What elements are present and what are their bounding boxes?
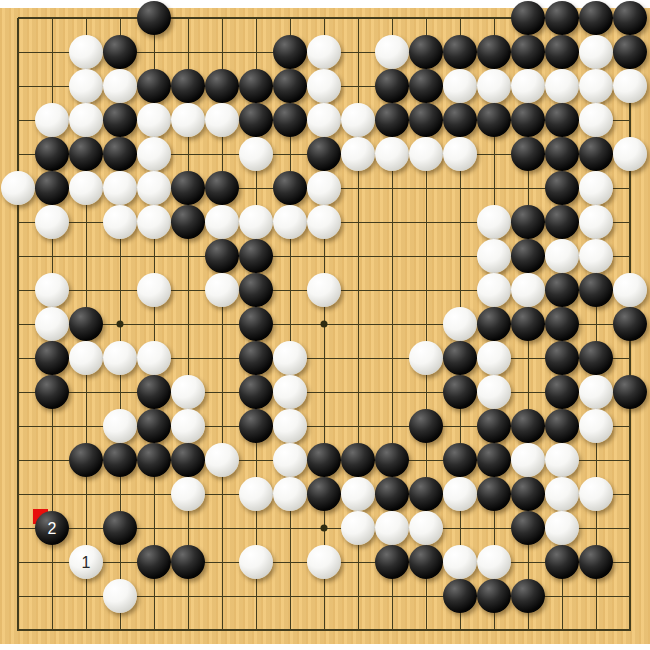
stone-white[interactable] (579, 409, 613, 443)
stone-white[interactable] (69, 171, 103, 205)
stone-white[interactable] (545, 239, 579, 273)
stone-black[interactable] (511, 137, 545, 171)
stone-white[interactable] (273, 443, 307, 477)
stone-white[interactable] (307, 35, 341, 69)
stone-white[interactable] (613, 69, 647, 103)
star-point (321, 525, 328, 532)
stone-black[interactable] (545, 273, 579, 307)
stone-black[interactable] (613, 307, 647, 341)
stone-black[interactable] (511, 103, 545, 137)
stone-black[interactable] (205, 69, 239, 103)
stone-black[interactable] (239, 69, 273, 103)
stone-black[interactable] (273, 35, 307, 69)
stone-white[interactable] (35, 307, 69, 341)
stone-white[interactable] (35, 103, 69, 137)
stone-white[interactable] (205, 103, 239, 137)
stone-white[interactable] (375, 137, 409, 171)
stone-white[interactable] (579, 171, 613, 205)
stone-white[interactable] (171, 103, 205, 137)
stone-white[interactable] (579, 35, 613, 69)
stone-black[interactable] (137, 1, 171, 35)
stone-white[interactable] (341, 103, 375, 137)
stone-white[interactable] (273, 409, 307, 443)
stone-white[interactable] (409, 341, 443, 375)
stone-black[interactable] (239, 273, 273, 307)
stone-black[interactable] (613, 1, 647, 35)
stone-black[interactable] (511, 1, 545, 35)
stone-black[interactable] (613, 35, 647, 69)
stone-white[interactable] (477, 341, 511, 375)
stone-white[interactable] (205, 273, 239, 307)
stone-white[interactable] (307, 171, 341, 205)
stone-black[interactable] (409, 409, 443, 443)
stone-black[interactable] (443, 443, 477, 477)
stone-black[interactable] (545, 103, 579, 137)
stone-black[interactable] (239, 307, 273, 341)
stone-white[interactable] (103, 579, 137, 613)
stone-black[interactable] (273, 171, 307, 205)
stone-white[interactable] (443, 69, 477, 103)
stone-black[interactable] (103, 103, 137, 137)
stone-black[interactable] (375, 69, 409, 103)
stone-white[interactable] (375, 511, 409, 545)
stone-white[interactable] (273, 205, 307, 239)
stone-white[interactable] (579, 375, 613, 409)
stone-black[interactable] (443, 103, 477, 137)
stone-white[interactable] (545, 69, 579, 103)
stone-white[interactable] (545, 443, 579, 477)
stone-black[interactable] (171, 171, 205, 205)
stone-white[interactable] (477, 239, 511, 273)
stone-black[interactable] (137, 545, 171, 579)
stone-black[interactable] (545, 375, 579, 409)
stone-white[interactable] (171, 409, 205, 443)
screenshot-stage: 12 (0, 0, 650, 650)
stone-black[interactable] (239, 409, 273, 443)
stone-white[interactable] (103, 171, 137, 205)
stone-white[interactable] (579, 103, 613, 137)
stone-white[interactable] (511, 273, 545, 307)
stone-black[interactable] (239, 103, 273, 137)
stone-white[interactable] (239, 545, 273, 579)
stone-black[interactable] (375, 103, 409, 137)
stone-white[interactable] (239, 477, 273, 511)
stone-white[interactable] (307, 273, 341, 307)
stone-white[interactable] (239, 137, 273, 171)
stone-black[interactable] (171, 205, 205, 239)
stone-white[interactable] (613, 273, 647, 307)
stone-black[interactable] (443, 375, 477, 409)
stone-black[interactable] (239, 375, 273, 409)
stone-black[interactable] (545, 409, 579, 443)
grid-line-horizontal (18, 392, 631, 393)
stone-black[interactable] (137, 409, 171, 443)
stone-white[interactable] (511, 69, 545, 103)
stone-black[interactable] (579, 545, 613, 579)
stone-white[interactable] (579, 205, 613, 239)
stone-black[interactable] (477, 409, 511, 443)
stone-black[interactable] (545, 171, 579, 205)
stone-white[interactable] (103, 69, 137, 103)
stone-black[interactable] (307, 137, 341, 171)
stone-white[interactable] (341, 137, 375, 171)
stone-black[interactable] (341, 443, 375, 477)
stone-black[interactable] (69, 443, 103, 477)
stone-black[interactable] (511, 511, 545, 545)
stone-black[interactable] (35, 375, 69, 409)
stone-white[interactable] (341, 477, 375, 511)
stone-black[interactable] (511, 205, 545, 239)
stone-white[interactable] (69, 341, 103, 375)
stone-white[interactable] (273, 375, 307, 409)
stone-black[interactable] (443, 341, 477, 375)
stone-black[interactable] (171, 545, 205, 579)
stone-black[interactable] (375, 545, 409, 579)
stone-black[interactable] (375, 443, 409, 477)
stone-white[interactable] (137, 273, 171, 307)
stone-white[interactable] (239, 205, 273, 239)
stone-white[interactable] (545, 477, 579, 511)
stone-black[interactable] (443, 35, 477, 69)
stone-white[interactable] (307, 69, 341, 103)
stone-black[interactable] (69, 307, 103, 341)
stone-black[interactable] (137, 443, 171, 477)
stone-white[interactable] (545, 511, 579, 545)
stone-black[interactable] (273, 103, 307, 137)
stone-white[interactable] (477, 545, 511, 579)
stone-black[interactable] (35, 171, 69, 205)
stone-white[interactable] (341, 511, 375, 545)
stone-black[interactable] (511, 239, 545, 273)
stone-black[interactable] (409, 35, 443, 69)
stone-black[interactable] (613, 375, 647, 409)
stone-white[interactable] (69, 35, 103, 69)
stone-black[interactable] (103, 35, 137, 69)
stone-white[interactable] (273, 341, 307, 375)
stone-black[interactable] (239, 341, 273, 375)
stone-white[interactable] (103, 341, 137, 375)
stone-white[interactable] (103, 205, 137, 239)
stone-white[interactable] (171, 375, 205, 409)
stone-black[interactable] (545, 205, 579, 239)
stone-black[interactable] (579, 1, 613, 35)
stone-black[interactable] (579, 341, 613, 375)
stone-black[interactable] (171, 69, 205, 103)
stone-black[interactable] (477, 477, 511, 511)
stone-black[interactable] (511, 579, 545, 613)
stone-white[interactable] (477, 205, 511, 239)
stone-black[interactable] (545, 341, 579, 375)
stone-black[interactable] (103, 443, 137, 477)
stone-white[interactable] (69, 103, 103, 137)
stone-black[interactable] (375, 477, 409, 511)
stone-white[interactable] (137, 205, 171, 239)
stone-white[interactable] (443, 307, 477, 341)
stone-black[interactable] (477, 579, 511, 613)
stone-black[interactable] (477, 443, 511, 477)
stone-white[interactable] (443, 545, 477, 579)
stone-white[interactable] (477, 375, 511, 409)
star-point (117, 321, 124, 328)
stone-black[interactable] (409, 103, 443, 137)
stone-black[interactable] (511, 477, 545, 511)
stone-black[interactable] (409, 477, 443, 511)
stone-black[interactable] (545, 137, 579, 171)
stone-black[interactable] (579, 137, 613, 171)
stone-black[interactable] (69, 137, 103, 171)
stone-white[interactable] (103, 409, 137, 443)
stone-black[interactable] (307, 443, 341, 477)
stone-white[interactable] (409, 511, 443, 545)
star-point (321, 321, 328, 328)
stone-black[interactable] (103, 511, 137, 545)
stone-white[interactable] (511, 443, 545, 477)
stone-white[interactable] (443, 477, 477, 511)
stone-black[interactable] (137, 375, 171, 409)
stone-black[interactable] (409, 69, 443, 103)
stone-black[interactable] (239, 239, 273, 273)
stone-white[interactable] (205, 443, 239, 477)
move-number-label: 2 (48, 521, 57, 537)
stone-white[interactable] (137, 137, 171, 171)
stone-black[interactable] (545, 1, 579, 35)
stone-black[interactable] (545, 545, 579, 579)
move-number-label: 1 (82, 555, 91, 571)
stone-white[interactable] (477, 69, 511, 103)
stone-white[interactable] (443, 137, 477, 171)
stone-black[interactable] (511, 307, 545, 341)
stone-black[interactable] (477, 35, 511, 69)
stone-white[interactable] (35, 205, 69, 239)
stone-white[interactable] (375, 35, 409, 69)
stone-black[interactable] (307, 477, 341, 511)
stone-black[interactable] (545, 35, 579, 69)
stone-black[interactable] (409, 545, 443, 579)
stone-white[interactable] (307, 205, 341, 239)
stone-white[interactable] (171, 477, 205, 511)
stone-black[interactable] (511, 35, 545, 69)
stone-black[interactable] (35, 137, 69, 171)
stone-white[interactable] (137, 341, 171, 375)
go-board[interactable]: 12 (0, 8, 650, 644)
grid-line-horizontal (18, 629, 631, 631)
stone-black[interactable] (205, 239, 239, 273)
stone-white[interactable] (579, 69, 613, 103)
stone-black[interactable] (477, 307, 511, 341)
stone-black[interactable] (579, 273, 613, 307)
stone-white[interactable] (69, 69, 103, 103)
stone-black[interactable] (205, 171, 239, 205)
stone-white[interactable] (1, 171, 35, 205)
stone-black[interactable] (511, 409, 545, 443)
stone-white[interactable] (307, 103, 341, 137)
stone-white[interactable] (409, 137, 443, 171)
stone-black[interactable] (273, 69, 307, 103)
stone-white[interactable] (205, 205, 239, 239)
stone-white[interactable] (137, 171, 171, 205)
stone-black[interactable] (477, 103, 511, 137)
stone-black[interactable] (137, 69, 171, 103)
stone-white[interactable] (579, 477, 613, 511)
stone-black[interactable] (103, 137, 137, 171)
stone-white[interactable] (273, 477, 307, 511)
stone-black[interactable] (443, 579, 477, 613)
stone-white[interactable] (137, 103, 171, 137)
stone-black[interactable] (171, 443, 205, 477)
stone-white[interactable] (35, 273, 69, 307)
stone-black[interactable] (35, 341, 69, 375)
stone-white[interactable] (477, 273, 511, 307)
stone-white[interactable] (307, 545, 341, 579)
stone-black[interactable] (545, 307, 579, 341)
stone-white[interactable] (579, 239, 613, 273)
stone-white[interactable] (613, 137, 647, 171)
